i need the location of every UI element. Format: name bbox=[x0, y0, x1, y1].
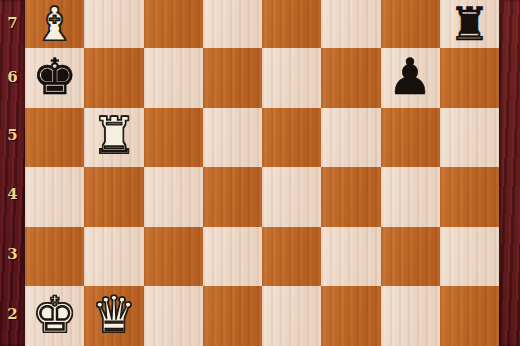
square-g5[interactable] bbox=[381, 108, 440, 168]
square-h5[interactable] bbox=[440, 108, 499, 168]
square-g6[interactable]: ♟ bbox=[381, 48, 440, 108]
square-g7[interactable] bbox=[381, 0, 440, 48]
square-h7[interactable]: ♜ bbox=[440, 0, 499, 48]
square-g4[interactable] bbox=[381, 167, 440, 227]
square-f3[interactable] bbox=[321, 227, 380, 287]
square-d5[interactable] bbox=[203, 108, 262, 168]
square-c4[interactable] bbox=[144, 167, 203, 227]
board-frame-left: 7 6 5 4 3 2 bbox=[0, 0, 25, 346]
square-d4[interactable] bbox=[203, 167, 262, 227]
square-a6[interactable]: ♚ bbox=[25, 48, 84, 108]
square-c5[interactable] bbox=[144, 108, 203, 168]
square-d2[interactable] bbox=[203, 286, 262, 346]
chess-board: ♝♜♚♟♜♚♛ bbox=[25, 0, 499, 346]
piece-white-queen-b2[interactable]: ♛ bbox=[91, 290, 136, 340]
square-a4[interactable] bbox=[25, 167, 84, 227]
square-h3[interactable] bbox=[440, 227, 499, 287]
square-b2[interactable]: ♛ bbox=[84, 286, 143, 346]
square-c7[interactable] bbox=[144, 0, 203, 48]
square-b4[interactable] bbox=[84, 167, 143, 227]
rank-label-7: 7 bbox=[0, 13, 25, 33]
board-frame-right bbox=[499, 0, 520, 346]
square-d7[interactable] bbox=[203, 0, 262, 48]
square-g3[interactable] bbox=[381, 227, 440, 287]
square-e7[interactable] bbox=[262, 0, 321, 48]
square-b3[interactable] bbox=[84, 227, 143, 287]
piece-white-king-a2[interactable]: ♚ bbox=[32, 290, 77, 340]
piece-white-rook-b5[interactable]: ♜ bbox=[91, 111, 136, 161]
square-a7[interactable]: ♝ bbox=[25, 0, 84, 48]
square-b6[interactable] bbox=[84, 48, 143, 108]
square-e4[interactable] bbox=[262, 167, 321, 227]
square-e2[interactable] bbox=[262, 286, 321, 346]
square-e6[interactable] bbox=[262, 48, 321, 108]
rank-label-4: 4 bbox=[0, 184, 25, 204]
square-d3[interactable] bbox=[203, 227, 262, 287]
square-h2[interactable] bbox=[440, 286, 499, 346]
square-a5[interactable] bbox=[25, 108, 84, 168]
rank-label-6: 6 bbox=[0, 67, 25, 87]
piece-white-bishop-a7[interactable]: ♝ bbox=[34, 1, 75, 47]
square-f5[interactable] bbox=[321, 108, 380, 168]
piece-black-pawn-g6[interactable]: ♟ bbox=[388, 52, 433, 102]
square-e5[interactable] bbox=[262, 108, 321, 168]
square-b5[interactable]: ♜ bbox=[84, 108, 143, 168]
square-g2[interactable] bbox=[381, 286, 440, 346]
square-f4[interactable] bbox=[321, 167, 380, 227]
piece-black-rook-h7[interactable]: ♜ bbox=[449, 1, 490, 47]
square-c3[interactable] bbox=[144, 227, 203, 287]
chess-diagram-screenshot: ♝♜♚♟♜♚♛ 7 6 5 4 3 2 bbox=[0, 0, 520, 346]
square-f7[interactable] bbox=[321, 0, 380, 48]
square-f6[interactable] bbox=[321, 48, 380, 108]
square-e3[interactable] bbox=[262, 227, 321, 287]
square-c6[interactable] bbox=[144, 48, 203, 108]
square-a2[interactable]: ♚ bbox=[25, 286, 84, 346]
rank-label-5: 5 bbox=[0, 125, 25, 145]
rank-label-3: 3 bbox=[0, 244, 25, 264]
square-b7[interactable] bbox=[84, 0, 143, 48]
square-h4[interactable] bbox=[440, 167, 499, 227]
rank-label-2: 2 bbox=[0, 304, 25, 324]
piece-black-king-a6[interactable]: ♚ bbox=[32, 52, 77, 102]
square-a3[interactable] bbox=[25, 227, 84, 287]
square-f2[interactable] bbox=[321, 286, 380, 346]
square-c2[interactable] bbox=[144, 286, 203, 346]
square-d6[interactable] bbox=[203, 48, 262, 108]
square-h6[interactable] bbox=[440, 48, 499, 108]
